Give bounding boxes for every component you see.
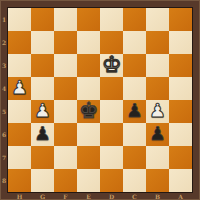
square-b7[interactable] (146, 146, 169, 169)
file-label-f: F (54, 192, 77, 200)
square-f2[interactable] (54, 31, 77, 54)
square-e3[interactable] (77, 54, 100, 77)
square-b5[interactable]: ♟ (146, 100, 169, 123)
square-d6[interactable] (100, 123, 123, 146)
square-e6[interactable] (77, 123, 100, 146)
square-g2[interactable] (31, 31, 54, 54)
square-h6[interactable] (8, 123, 31, 146)
square-c2[interactable] (123, 31, 146, 54)
square-f4[interactable] (54, 77, 77, 100)
square-h1[interactable] (8, 8, 31, 31)
square-d1[interactable] (100, 8, 123, 31)
square-g5[interactable]: ♟ (31, 100, 54, 123)
square-h2[interactable] (8, 31, 31, 54)
square-c4[interactable] (123, 77, 146, 100)
square-h4[interactable]: ♟ (8, 77, 31, 100)
square-e7[interactable] (77, 146, 100, 169)
square-b8[interactable] (146, 169, 169, 192)
black-pawn[interactable]: ♟ (126, 101, 143, 120)
square-a7[interactable] (169, 146, 192, 169)
file-label-d: D (100, 192, 123, 200)
file-label-g: G (31, 192, 54, 200)
square-c1[interactable] (123, 8, 146, 31)
white-pawn[interactable]: ♟ (11, 78, 28, 97)
file-label-h: H (8, 192, 31, 200)
square-g1[interactable] (31, 8, 54, 31)
square-e5[interactable]: ♚ (77, 100, 100, 123)
rank-label-5: 5 (0, 100, 8, 123)
square-a6[interactable] (169, 123, 192, 146)
square-a3[interactable] (169, 54, 192, 77)
chess-board: ♚♟♟♚♟♟♟♟ (8, 8, 192, 192)
file-labels: HGFEDCBA (8, 192, 192, 200)
square-h5[interactable] (8, 100, 31, 123)
square-f1[interactable] (54, 8, 77, 31)
square-d7[interactable] (100, 146, 123, 169)
white-pawn[interactable]: ♟ (34, 101, 51, 120)
square-e1[interactable] (77, 8, 100, 31)
rank-label-7: 7 (0, 146, 8, 169)
square-g6[interactable]: ♟ (31, 123, 54, 146)
rank-label-2: 2 (0, 31, 8, 54)
square-a2[interactable] (169, 31, 192, 54)
square-h3[interactable] (8, 54, 31, 77)
square-f5[interactable] (54, 100, 77, 123)
square-d3[interactable]: ♚ (100, 54, 123, 77)
black-pawn[interactable]: ♟ (34, 124, 51, 143)
file-label-b: B (146, 192, 169, 200)
square-c5[interactable]: ♟ (123, 100, 146, 123)
black-pawn[interactable]: ♟ (149, 124, 166, 143)
chess-board-frame: 12345678 HGFEDCBA ♚♟♟♚♟♟♟♟ (0, 0, 200, 200)
square-c3[interactable] (123, 54, 146, 77)
square-c7[interactable] (123, 146, 146, 169)
square-a1[interactable] (169, 8, 192, 31)
square-f7[interactable] (54, 146, 77, 169)
square-a8[interactable] (169, 169, 192, 192)
square-d8[interactable] (100, 169, 123, 192)
square-b6[interactable]: ♟ (146, 123, 169, 146)
square-f8[interactable] (54, 169, 77, 192)
black-king[interactable]: ♚ (79, 100, 99, 122)
square-h8[interactable] (8, 169, 31, 192)
square-b2[interactable] (146, 31, 169, 54)
rank-label-6: 6 (0, 123, 8, 146)
square-a4[interactable] (169, 77, 192, 100)
square-e8[interactable] (77, 169, 100, 192)
square-d5[interactable] (100, 100, 123, 123)
square-c6[interactable] (123, 123, 146, 146)
square-b1[interactable] (146, 8, 169, 31)
square-d4[interactable] (100, 77, 123, 100)
square-e2[interactable] (77, 31, 100, 54)
square-g7[interactable] (31, 146, 54, 169)
file-label-a: A (169, 192, 192, 200)
square-g4[interactable] (31, 77, 54, 100)
square-g8[interactable] (31, 169, 54, 192)
square-f6[interactable] (54, 123, 77, 146)
file-label-e: E (77, 192, 100, 200)
rank-label-8: 8 (0, 169, 8, 192)
square-a5[interactable] (169, 100, 192, 123)
rank-label-1: 1 (0, 8, 8, 31)
square-b4[interactable] (146, 77, 169, 100)
white-pawn[interactable]: ♟ (149, 101, 166, 120)
square-c8[interactable] (123, 169, 146, 192)
rank-label-3: 3 (0, 54, 8, 77)
square-g3[interactable] (31, 54, 54, 77)
rank-labels: 12345678 (0, 8, 8, 192)
square-b3[interactable] (146, 54, 169, 77)
file-label-c: C (123, 192, 146, 200)
rank-label-4: 4 (0, 77, 8, 100)
square-f3[interactable] (54, 54, 77, 77)
square-h7[interactable] (8, 146, 31, 169)
white-king[interactable]: ♚ (102, 54, 122, 76)
